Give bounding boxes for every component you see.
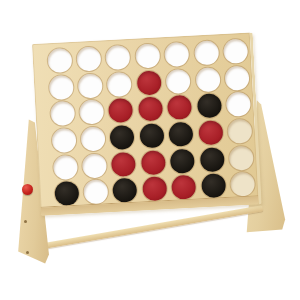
red-release-knob[interactable] [22, 184, 33, 195]
cell-r5c5[interactable] [167, 147, 198, 175]
cell-r1c5[interactable] [162, 41, 193, 69]
empty-hole [106, 45, 131, 70]
empty-hole [82, 153, 107, 178]
empty-hole [53, 154, 78, 179]
red-disc [167, 95, 192, 120]
cell-r2c5[interactable] [163, 67, 194, 95]
black-disc [201, 173, 226, 198]
game-board [32, 32, 262, 215]
cell-r6c5[interactable] [169, 173, 200, 201]
cell-r3c4[interactable] [135, 95, 166, 123]
empty-hole [227, 119, 252, 144]
cell-r1c2[interactable] [74, 45, 105, 73]
cell-r6c6[interactable] [198, 172, 229, 200]
black-disc [170, 148, 195, 173]
black-disc [110, 125, 135, 150]
cell-r1c3[interactable] [103, 44, 134, 72]
cell-r2c2[interactable] [75, 72, 106, 100]
cell-r1c4[interactable] [132, 42, 163, 70]
cell-r2c1[interactable] [46, 73, 77, 101]
cell-r4c7[interactable] [225, 117, 256, 145]
empty-hole [107, 72, 132, 97]
cell-r5c4[interactable] [138, 148, 169, 176]
cell-r4c6[interactable] [195, 119, 226, 147]
black-disc [197, 94, 222, 119]
cell-r4c4[interactable] [136, 122, 167, 150]
cell-r5c7[interactable] [226, 144, 257, 172]
empty-hole [194, 41, 219, 66]
cell-r3c6[interactable] [194, 92, 225, 120]
board-grid [44, 38, 258, 208]
empty-hole [229, 145, 254, 170]
cell-r6c2[interactable] [81, 178, 112, 206]
cell-r5c6[interactable] [197, 145, 228, 173]
cell-r2c3[interactable] [104, 70, 135, 98]
black-disc [199, 147, 224, 172]
empty-hole [223, 39, 248, 64]
black-disc [113, 178, 138, 203]
empty-hole [224, 66, 249, 91]
cell-r4c5[interactable] [166, 120, 197, 148]
empty-hole [164, 42, 189, 67]
cell-r5c3[interactable] [109, 150, 140, 178]
black-disc [169, 122, 194, 147]
cell-r3c2[interactable] [76, 98, 107, 126]
red-disc [142, 176, 167, 201]
cell-r3c5[interactable] [164, 94, 195, 122]
cell-r3c1[interactable] [47, 100, 78, 128]
empty-hole [226, 92, 251, 117]
red-disc [111, 151, 136, 176]
cell-r2c6[interactable] [192, 66, 223, 94]
screw-icon [24, 220, 27, 223]
empty-hole [83, 180, 108, 205]
empty-hole [166, 69, 191, 94]
cell-r5c1[interactable] [50, 153, 81, 181]
cell-r1c1[interactable] [44, 47, 75, 75]
red-disc [138, 97, 163, 122]
empty-hole [230, 172, 255, 197]
cell-r6c4[interactable] [139, 175, 170, 203]
cell-r1c7[interactable] [220, 38, 251, 66]
red-disc [136, 70, 161, 95]
red-disc [108, 98, 133, 123]
cell-r4c3[interactable] [107, 123, 138, 151]
cell-r5c2[interactable] [79, 152, 110, 180]
empty-hole [48, 75, 73, 100]
cell-r6c1[interactable] [51, 180, 82, 208]
cell-r6c7[interactable] [227, 170, 258, 198]
empty-hole [47, 48, 72, 73]
screw-icon [26, 251, 29, 254]
cell-r2c7[interactable] [222, 64, 253, 92]
connect-four-set [0, 0, 300, 300]
cell-r4c1[interactable] [48, 126, 79, 154]
cell-r2c4[interactable] [134, 69, 165, 97]
black-disc [139, 123, 164, 148]
empty-hole [76, 47, 101, 72]
empty-hole [135, 44, 160, 69]
cell-r3c7[interactable] [223, 91, 254, 119]
red-disc [198, 120, 223, 145]
empty-hole [79, 100, 104, 125]
cell-r6c3[interactable] [110, 177, 141, 205]
black-disc [54, 181, 79, 206]
empty-hole [78, 73, 103, 98]
empty-hole [195, 67, 220, 92]
empty-hole [81, 126, 106, 151]
empty-hole [50, 101, 75, 126]
red-disc [171, 175, 196, 200]
cell-r1c6[interactable] [191, 39, 222, 67]
cell-r4c2[interactable] [78, 125, 109, 153]
empty-hole [51, 128, 76, 153]
cell-r3c3[interactable] [106, 97, 137, 125]
red-disc [141, 150, 166, 175]
